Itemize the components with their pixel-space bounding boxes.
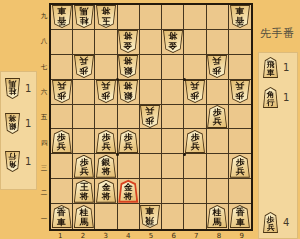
rank-label-四: 四 (40, 139, 48, 148)
board-cell-6四[interactable] (162, 129, 184, 154)
board-cell-8一[interactable]: 桂馬 (207, 204, 229, 229)
board-cell-3七[interactable] (95, 55, 117, 80)
piece-face: 桂馬 (6, 79, 19, 98)
shogi-piece-金将-sente[interactable]: 金将 (118, 30, 138, 53)
board-cell-9五[interactable] (229, 105, 251, 130)
shogi-board: 香車桂馬玉将香車金将金将歩兵銀将歩兵歩兵歩兵銀将歩兵歩兵歩兵歩兵歩兵歩兵歩兵歩兵… (49, 3, 253, 231)
board-cell-5七[interactable] (140, 55, 162, 80)
board-cell-1六[interactable]: 歩兵 (51, 80, 73, 105)
board-cell-9一[interactable]: 香車 (229, 204, 251, 229)
sente-hand-tray: 桂馬1銀将1角行1 (0, 71, 37, 190)
board-cell-2三[interactable]: 歩兵 (73, 154, 95, 179)
board-cell-3五[interactable] (95, 105, 117, 130)
shogi-piece-歩兵-gote[interactable]: 歩兵 (96, 130, 116, 153)
board-cell-9九[interactable]: 香車 (229, 5, 251, 30)
board-cell-1七[interactable] (51, 55, 73, 80)
piece-face: 歩兵 (141, 106, 159, 127)
piece-face: 歩兵 (53, 81, 71, 102)
turn-indicator: 先手番 (260, 26, 300, 41)
board-cell-9三[interactable]: 歩兵 (229, 154, 251, 179)
board-cell-4九[interactable] (118, 5, 140, 30)
file-label-9: 9 (237, 232, 247, 239)
board-cell-2六[interactable] (73, 80, 95, 105)
piece-face: 香車 (53, 206, 71, 227)
shogi-piece-桂馬-gote[interactable]: 桂馬 (74, 205, 94, 228)
board-cell-6三[interactable] (162, 154, 184, 179)
board-cell-3三[interactable]: 銀将 (95, 154, 117, 179)
board-cell-5四[interactable] (140, 129, 162, 154)
board-cell-1三[interactable] (51, 154, 73, 179)
shogi-piece-歩兵-gote[interactable]: 歩兵 (207, 105, 227, 128)
piece-face: 歩兵 (75, 56, 93, 77)
hand-count: 4 (283, 217, 291, 228)
piece-face: 歩兵 (97, 131, 115, 152)
shogi-piece-歩兵-sente[interactable]: 歩兵 (74, 55, 94, 78)
shogi-piece-香車-sente[interactable]: 香車 (52, 5, 72, 28)
gote-hand-歩兵[interactable]: 歩兵4 (263, 212, 291, 233)
rank-label-七: 七 (40, 63, 48, 72)
shogi-piece-歩兵-gote[interactable]: 歩兵 (118, 130, 138, 153)
shogi-piece-玉将-sente[interactable]: 玉将 (96, 5, 116, 28)
piece-face: 歩兵 (208, 106, 226, 127)
board-cell-2九[interactable]: 桂馬 (73, 5, 95, 30)
board-cell-6九[interactable] (162, 5, 184, 30)
shogi-app: 香車桂馬玉将香車金将金将歩兵銀将歩兵歩兵歩兵銀将歩兵歩兵歩兵歩兵歩兵歩兵歩兵歩兵… (0, 0, 300, 239)
board-cell-9二[interactable] (229, 179, 251, 204)
board-cell-7七[interactable] (184, 55, 206, 80)
board-cell-8八[interactable] (207, 30, 229, 55)
hand-count: 1 (25, 83, 33, 94)
piece-face: 玉将 (97, 6, 115, 27)
rank-label-六: 六 (40, 88, 48, 97)
board-cell-5六[interactable] (140, 80, 162, 105)
piece-face: 角行 (6, 152, 19, 171)
shogi-piece-歩兵-gote[interactable]: 歩兵 (74, 155, 94, 178)
shogi-piece-金将-sente[interactable]: 金将 (163, 30, 183, 53)
piece-face: 桂馬 (208, 206, 226, 227)
board-cell-2五[interactable] (73, 105, 95, 130)
board-cell-9六[interactable]: 歩兵 (229, 80, 251, 105)
board-cell-7三[interactable] (184, 154, 206, 179)
piece-face: 王将 (75, 181, 93, 202)
board-cell-6二[interactable] (162, 179, 184, 204)
piece-face: 桂馬 (75, 206, 93, 227)
board-cell-8九[interactable] (207, 5, 229, 30)
board-cell-1八[interactable] (51, 30, 73, 55)
board-cell-8六[interactable] (207, 80, 229, 105)
board-cell-8四[interactable] (207, 129, 229, 154)
piece-face: 歩兵 (186, 81, 204, 102)
hand-count: 1 (283, 62, 291, 73)
piece-face: 桂馬 (75, 6, 93, 27)
shogi-piece-歩兵-sente[interactable]: 歩兵 (52, 80, 72, 103)
board-cell-3八[interactable] (95, 30, 117, 55)
file-label-6: 6 (169, 232, 179, 239)
board-cell-3六[interactable]: 歩兵 (95, 80, 117, 105)
shogi-piece-歩兵-sente[interactable]: 歩兵 (96, 80, 116, 103)
gote-hand-角行[interactable]: 角行1 (263, 87, 291, 108)
board-cell-4一[interactable] (118, 204, 140, 229)
board-cell-1九[interactable]: 香車 (51, 5, 73, 30)
board-cell-5八[interactable] (140, 30, 162, 55)
board-cell-8三[interactable] (207, 154, 229, 179)
board-cell-7六[interactable]: 歩兵 (184, 80, 206, 105)
shogi-piece-角行-gote[interactable]: 角行 (263, 87, 278, 108)
shogi-piece-歩兵-gote[interactable]: 歩兵 (230, 155, 250, 178)
piece-face: 香車 (231, 6, 249, 27)
board-cell-8二[interactable] (207, 179, 229, 204)
board-cell-6六[interactable] (162, 80, 184, 105)
shogi-piece-飛車-gote[interactable]: 飛車 (263, 57, 278, 78)
board-cell-4五[interactable] (118, 105, 140, 130)
board-cell-2二[interactable]: 王将 (73, 179, 95, 204)
file-label-7: 7 (191, 232, 201, 239)
shogi-piece-歩兵-gote[interactable]: 歩兵 (263, 212, 278, 233)
piece-face: 香車 (231, 206, 249, 227)
shogi-piece-香車-gote[interactable]: 香車 (52, 205, 72, 228)
piece-face: 銀将 (6, 114, 19, 133)
shogi-piece-歩兵-sente[interactable]: 歩兵 (207, 55, 227, 78)
board-cell-2四[interactable] (73, 129, 95, 154)
board-cell-7一[interactable] (184, 204, 206, 229)
board-cell-3一[interactable] (95, 204, 117, 229)
shogi-piece-銀将-sente[interactable]: 銀将 (118, 80, 138, 103)
piece-face: 香車 (53, 6, 71, 27)
file-label-3: 3 (101, 232, 111, 239)
board-cell-6五[interactable] (162, 105, 184, 130)
piece-face: 金将 (164, 31, 182, 52)
piece-face: 歩兵 (208, 56, 226, 77)
piece-face: 銀将 (119, 56, 137, 77)
board-cell-2八[interactable] (73, 30, 95, 55)
piece-face: 歩兵 (53, 131, 71, 152)
gote-hand-飛車[interactable]: 飛車1 (263, 57, 291, 78)
shogi-piece-金将-gote[interactable]: 金将 (96, 180, 116, 203)
rank-label-八: 八 (40, 37, 48, 46)
shogi-piece-銀将-gote[interactable]: 銀将 (96, 155, 116, 178)
board-cell-2七[interactable]: 歩兵 (73, 55, 95, 80)
board-cell-1二[interactable] (51, 179, 73, 204)
board-cell-1四[interactable]: 歩兵 (51, 129, 73, 154)
piece-face: 飛車 (141, 206, 159, 227)
piece-face: 金将 (97, 181, 115, 202)
shogi-piece-歩兵-sente[interactable]: 歩兵 (140, 105, 160, 128)
board-cell-9八[interactable] (229, 30, 251, 55)
sente-hand-角行[interactable]: 角行1 (5, 151, 33, 172)
hand-count: 1 (25, 156, 33, 167)
piece-face: 金将 (119, 31, 137, 52)
shogi-piece-歩兵-sente[interactable]: 歩兵 (230, 80, 250, 103)
board-cell-3九[interactable]: 玉将 (95, 5, 117, 30)
board-cell-4七[interactable]: 銀将 (118, 55, 140, 80)
shogi-piece-王将-gote[interactable]: 王将 (74, 180, 94, 203)
board-cell-4八[interactable]: 金将 (118, 30, 140, 55)
board-cell-6七[interactable] (162, 55, 184, 80)
board-cell-5三[interactable] (140, 154, 162, 179)
board-cell-8七[interactable]: 歩兵 (207, 55, 229, 80)
board-cell-5一[interactable]: 飛車 (140, 204, 162, 229)
shogi-piece-歩兵-sente[interactable]: 歩兵 (185, 80, 205, 103)
board-cell-7五[interactable] (184, 105, 206, 130)
board-cell-1一[interactable]: 香車 (51, 204, 73, 229)
board-cell-7四[interactable]: 歩兵 (184, 129, 206, 154)
rank-label-二: 二 (40, 189, 48, 198)
shogi-piece-歩兵-gote[interactable]: 歩兵 (52, 130, 72, 153)
board-cell-9四[interactable] (229, 129, 251, 154)
piece-face: 歩兵 (75, 156, 93, 177)
piece-face: 銀将 (119, 81, 137, 102)
board-cell-6八[interactable]: 金将 (162, 30, 184, 55)
shogi-piece-飛車-sente[interactable]: 飛車 (140, 205, 160, 228)
shogi-piece-桂馬-sente[interactable]: 桂馬 (74, 5, 94, 28)
shogi-piece-銀将-sente[interactable]: 銀将 (118, 55, 138, 78)
shogi-piece-香車-gote[interactable]: 香車 (230, 205, 250, 228)
board-cell-3四[interactable]: 歩兵 (95, 129, 117, 154)
hand-count: 1 (25, 118, 33, 129)
piece-face: 飛車 (264, 58, 277, 77)
gote-hand-tray: 飛車1角行1歩兵4 (258, 52, 298, 239)
piece-face: 角行 (264, 88, 277, 107)
shogi-piece-桂馬-sente[interactable]: 桂馬 (5, 78, 20, 99)
board-cell-3二[interactable]: 金将 (95, 179, 117, 204)
shogi-piece-銀将-sente[interactable]: 銀将 (5, 113, 20, 134)
piece-face: 銀将 (97, 156, 115, 177)
piece-face: 歩兵 (186, 131, 204, 152)
board-cell-2一[interactable]: 桂馬 (73, 204, 95, 229)
rank-label-三: 三 (40, 164, 48, 173)
board-cell-4六[interactable]: 銀将 (118, 80, 140, 105)
board-cell-7二[interactable] (184, 179, 206, 204)
board-cell-4二[interactable]: 金将 (118, 179, 140, 204)
rank-label-一: 一 (40, 215, 48, 224)
board-cell-7八[interactable] (184, 30, 206, 55)
sente-hand-桂馬[interactable]: 桂馬1 (5, 78, 33, 99)
piece-face: 歩兵 (231, 81, 249, 102)
board-cell-1五[interactable] (51, 105, 73, 130)
piece-face: 金将 (120, 182, 136, 201)
file-label-5: 5 (146, 232, 156, 239)
file-label-2: 2 (78, 232, 88, 239)
file-label-1: 1 (55, 232, 65, 239)
board-cell-8五[interactable]: 歩兵 (207, 105, 229, 130)
board-cell-7九[interactable] (184, 5, 206, 30)
shogi-piece-角行-sente[interactable]: 角行 (5, 151, 20, 172)
shogi-piece-金将-gote[interactable]: 金将 (118, 180, 138, 203)
board-cell-5二[interactable] (140, 179, 162, 204)
rank-label-五: 五 (40, 113, 48, 122)
piece-face: 歩兵 (97, 81, 115, 102)
shogi-piece-香車-sente[interactable]: 香車 (230, 5, 250, 28)
file-label-8: 8 (214, 232, 224, 239)
shogi-piece-桂馬-gote[interactable]: 桂馬 (207, 205, 227, 228)
sente-hand-銀将[interactable]: 銀将1 (5, 113, 33, 134)
piece-face: 歩兵 (231, 156, 249, 177)
board-cell-5九[interactable] (140, 5, 162, 30)
board-cell-4四[interactable]: 歩兵 (118, 129, 140, 154)
board-cell-5五[interactable]: 歩兵 (140, 105, 162, 130)
rank-label-九: 九 (40, 12, 48, 21)
file-label-4: 4 (123, 232, 133, 239)
shogi-piece-歩兵-gote[interactable]: 歩兵 (185, 130, 205, 153)
piece-face: 歩兵 (264, 213, 277, 232)
board-cell-9七[interactable] (229, 55, 251, 80)
board-cell-6一[interactable] (162, 204, 184, 229)
board-cell-4三[interactable] (118, 154, 140, 179)
hand-count: 1 (283, 92, 291, 103)
piece-face: 歩兵 (119, 131, 137, 152)
